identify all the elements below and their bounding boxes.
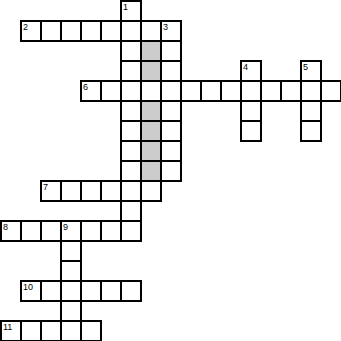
cell-r15c3[interactable] [60, 300, 82, 322]
cell-r1c3[interactable] [60, 20, 82, 42]
cell-r14c4[interactable] [80, 280, 102, 302]
shaded-cell-r6c7[interactable] [140, 120, 162, 142]
clue-number-2: 2 [23, 22, 28, 32]
cell-r1c1[interactable]: 2 [20, 20, 42, 42]
clue-number-11: 11 [3, 322, 12, 332]
cell-r5c15[interactable] [300, 100, 322, 122]
cell-r4c11[interactable] [220, 80, 242, 102]
cell-r4c4[interactable]: 6 [80, 80, 102, 102]
cell-r0c6[interactable]: 1 [120, 0, 142, 22]
cell-r1c6[interactable] [120, 20, 142, 42]
cell-r12c3[interactable] [60, 240, 82, 262]
clue-number-6: 6 [83, 82, 88, 92]
cell-r4c9[interactable] [180, 80, 202, 102]
cell-r14c3[interactable] [60, 280, 82, 302]
cell-r14c5[interactable] [100, 280, 122, 302]
cell-r4c6[interactable] [120, 80, 142, 102]
shaded-cell-r3c7[interactable] [140, 60, 162, 82]
cell-r14c2[interactable] [40, 280, 62, 302]
cell-r8c6[interactable] [120, 160, 142, 182]
cell-r1c8[interactable]: 3 [160, 20, 182, 42]
cell-r4c10[interactable] [200, 80, 222, 102]
cell-r3c8[interactable] [160, 60, 182, 82]
cell-r1c5[interactable] [100, 20, 122, 42]
cell-r11c1[interactable] [20, 220, 42, 242]
cell-r7c8[interactable] [160, 140, 182, 162]
cell-r11c4[interactable] [80, 220, 102, 242]
clue-number-5: 5 [303, 62, 308, 72]
cell-r13c3[interactable] [60, 260, 82, 282]
shaded-cell-r2c7[interactable] [140, 40, 162, 62]
cell-r14c6[interactable] [120, 280, 142, 302]
cell-r9c5[interactable] [100, 180, 122, 202]
clue-number-8: 8 [3, 222, 8, 232]
clue-number-7: 7 [43, 182, 48, 192]
cell-r16c0[interactable]: 11 [0, 320, 22, 341]
cell-r11c5[interactable] [100, 220, 122, 242]
cell-r9c4[interactable] [80, 180, 102, 202]
clue-number-4: 4 [243, 62, 248, 72]
cell-r4c12[interactable] [240, 80, 262, 102]
cell-r1c7[interactable] [140, 20, 162, 42]
cell-r7c6[interactable] [120, 140, 142, 162]
cell-r9c6[interactable] [120, 180, 142, 202]
shaded-cell-r7c7[interactable] [140, 140, 162, 162]
cell-r3c6[interactable] [120, 60, 142, 82]
cell-r4c14[interactable] [280, 80, 302, 102]
cell-r3c15[interactable]: 5 [300, 60, 322, 82]
cell-r2c6[interactable] [120, 40, 142, 62]
clue-number-9: 9 [63, 222, 68, 232]
clue-number-3: 3 [163, 22, 168, 32]
cell-r1c2[interactable] [40, 20, 62, 42]
cell-r6c8[interactable] [160, 120, 182, 142]
cell-r11c3[interactable]: 9 [60, 220, 82, 242]
cell-r4c15[interactable] [300, 80, 322, 102]
cell-r9c2[interactable]: 7 [40, 180, 62, 202]
cell-r16c2[interactable] [40, 320, 62, 341]
cell-r8c8[interactable] [160, 160, 182, 182]
cell-r3c12[interactable]: 4 [240, 60, 262, 82]
cell-r11c6[interactable] [120, 220, 142, 242]
clue-number-1: 1 [123, 2, 128, 12]
cell-r5c8[interactable] [160, 100, 182, 122]
cell-r6c6[interactable] [120, 120, 142, 142]
cell-r4c16[interactable] [320, 80, 341, 102]
shaded-cell-r8c7[interactable] [140, 160, 162, 182]
cell-r4c8[interactable] [160, 80, 182, 102]
cell-r4c13[interactable] [260, 80, 282, 102]
cell-r5c12[interactable] [240, 100, 262, 122]
cell-r6c15[interactable] [300, 120, 322, 142]
cell-r4c7[interactable] [140, 80, 162, 102]
shaded-cell-r5c7[interactable] [140, 100, 162, 122]
cell-r14c1[interactable]: 10 [20, 280, 42, 302]
cell-r11c2[interactable] [40, 220, 62, 242]
cell-r6c12[interactable] [240, 120, 262, 142]
cell-r10c6[interactable] [120, 200, 142, 222]
cell-r5c6[interactable] [120, 100, 142, 122]
cell-r2c8[interactable] [160, 40, 182, 62]
cell-r16c4[interactable] [80, 320, 102, 341]
cell-r9c7[interactable] [140, 180, 162, 202]
cell-r1c4[interactable] [80, 20, 102, 42]
crossword-board: 1234567891011 [0, 0, 341, 341]
cell-r4c5[interactable] [100, 80, 122, 102]
clue-number-10: 10 [23, 282, 33, 292]
cell-r11c0[interactable]: 8 [0, 220, 22, 242]
cell-r16c1[interactable] [20, 320, 42, 341]
cell-r9c3[interactable] [60, 180, 82, 202]
cell-r16c3[interactable] [60, 320, 82, 341]
